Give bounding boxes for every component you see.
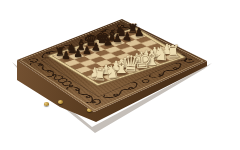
pieces-layer: ♜♞♝♛♚♝♞♜♟♟♟♟♟♟♟♟♟♟♟♟♟♟♟♟♜♞♝♛♚♝♞♜ [0, 0, 240, 150]
piece-black-pawn[interactable]: ♟ [82, 44, 91, 55]
piece-white-rook[interactable]: ♜ [93, 67, 108, 84]
board-photo-stage: ♜♞♝♛♚♝♞♜♟♟♟♟♟♟♟♟♟♟♟♟♟♟♟♟♜♞♝♛♚♝♞♜ [0, 0, 240, 150]
piece-black-pawn[interactable]: ♟ [133, 27, 144, 39]
piece-black-pawn[interactable]: ♟ [113, 34, 123, 45]
piece-black-pawn[interactable]: ♟ [91, 41, 101, 52]
piece-black-pawn[interactable]: ♟ [73, 48, 83, 59]
piece-black-pawn[interactable]: ♟ [103, 37, 113, 48]
piece-black-pawn[interactable]: ♟ [122, 31, 132, 43]
piece-black-pawn[interactable]: ♟ [61, 51, 71, 62]
